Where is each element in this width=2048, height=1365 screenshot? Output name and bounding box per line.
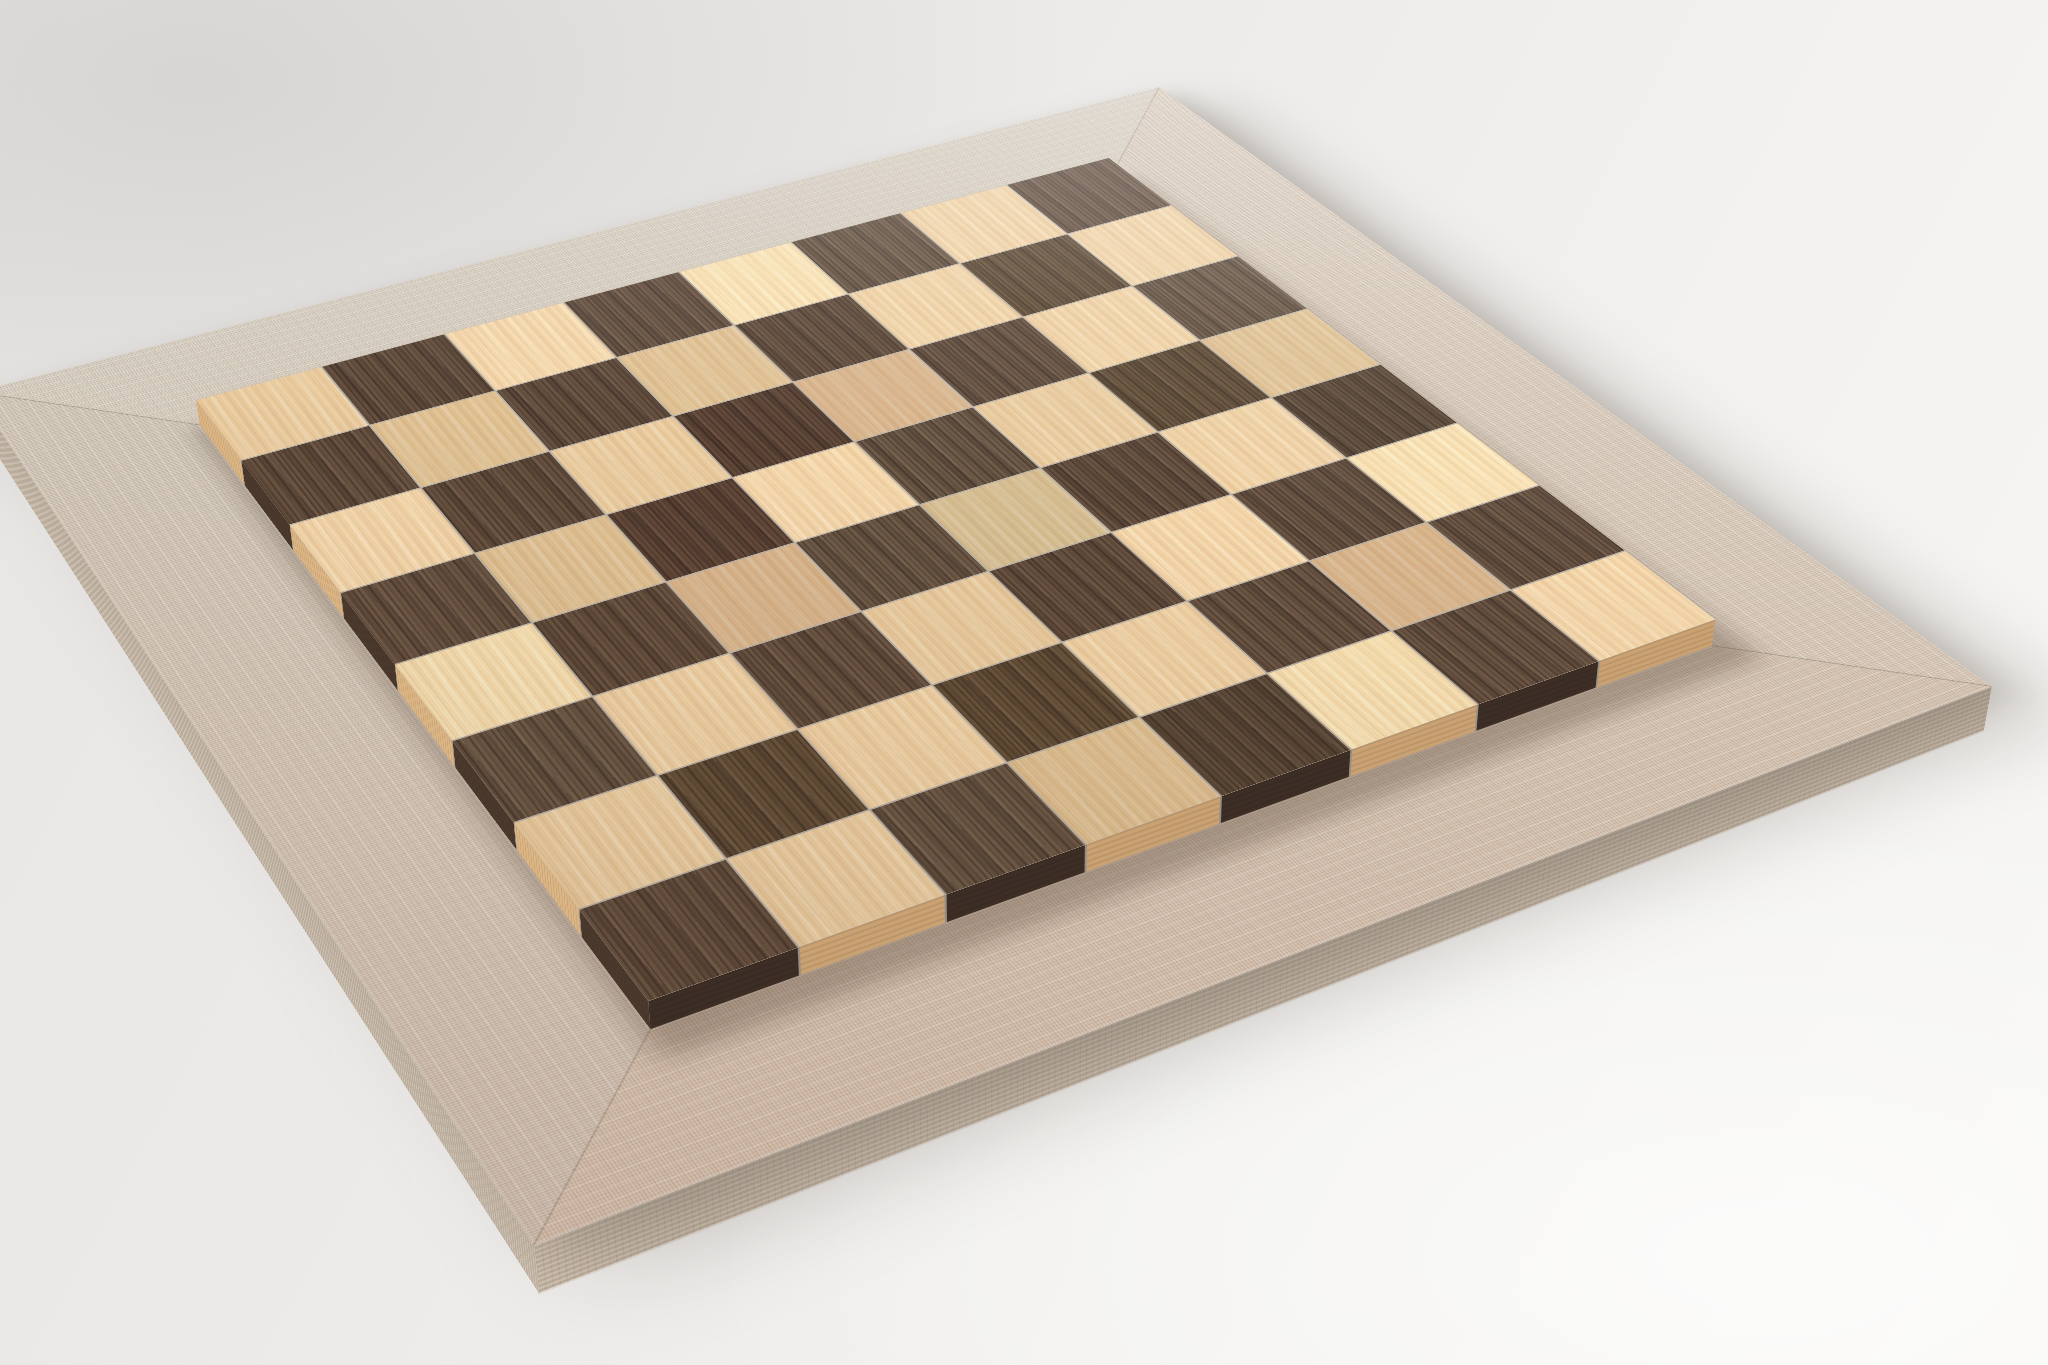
- photo-backdrop: [0, 0, 2048, 1365]
- chessboard-assembly: [0, 87, 1992, 1245]
